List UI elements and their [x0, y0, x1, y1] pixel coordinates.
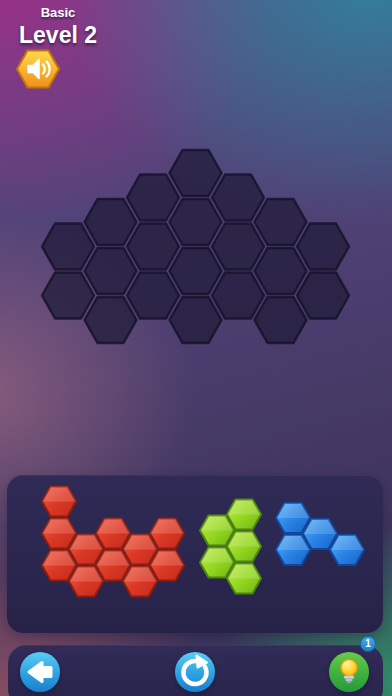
board-cell[interactable] [170, 297, 222, 343]
board-cell[interactable] [255, 248, 307, 294]
hex-sheen [42, 519, 76, 534]
board-cell[interactable] [212, 224, 264, 270]
restart-button[interactable] [175, 652, 215, 692]
hint-button[interactable] [329, 652, 369, 692]
hint-count-badge: 1 [360, 636, 376, 652]
hex-sheen [42, 487, 76, 502]
page-title: Level 2 [8, 22, 108, 49]
board-cell[interactable] [170, 150, 222, 196]
board-cell[interactable] [85, 199, 137, 245]
board-cell[interactable] [212, 273, 264, 319]
board [42, 150, 349, 343]
hex-sheen [96, 519, 130, 534]
board-cell[interactable] [127, 175, 179, 221]
board-cell[interactable] [255, 199, 307, 245]
tray-pieces [42, 487, 364, 597]
board-cell[interactable] [170, 248, 222, 294]
board-cell[interactable] [85, 248, 137, 294]
hex-sheen [150, 519, 184, 534]
board-cell[interactable] [212, 175, 264, 221]
back-button[interactable] [20, 652, 60, 692]
blue-piece[interactable] [276, 503, 364, 565]
board-cell[interactable] [127, 224, 179, 270]
board-cell[interactable] [85, 297, 137, 343]
refresh-icon [175, 652, 215, 692]
hex-sheen [276, 503, 310, 518]
game-screen: Basic Level 2 [0, 0, 392, 696]
board-cell[interactable] [297, 224, 349, 270]
board-and-pieces-canvas [0, 0, 392, 696]
red-piece[interactable] [42, 487, 184, 597]
board-cell[interactable] [170, 199, 222, 245]
category-label: Basic [8, 5, 108, 20]
lightbulb-icon [329, 652, 369, 692]
board-cell[interactable] [297, 273, 349, 319]
hex-sheen [227, 500, 261, 515]
arrow-left-icon [20, 652, 60, 692]
board-cell[interactable] [127, 273, 179, 319]
green-piece[interactable] [200, 500, 261, 594]
board-cell[interactable] [42, 224, 94, 270]
board-cell[interactable] [255, 297, 307, 343]
board-cell[interactable] [42, 273, 94, 319]
header: Basic Level 2 [8, 5, 108, 49]
bottom-bar [8, 645, 383, 696]
